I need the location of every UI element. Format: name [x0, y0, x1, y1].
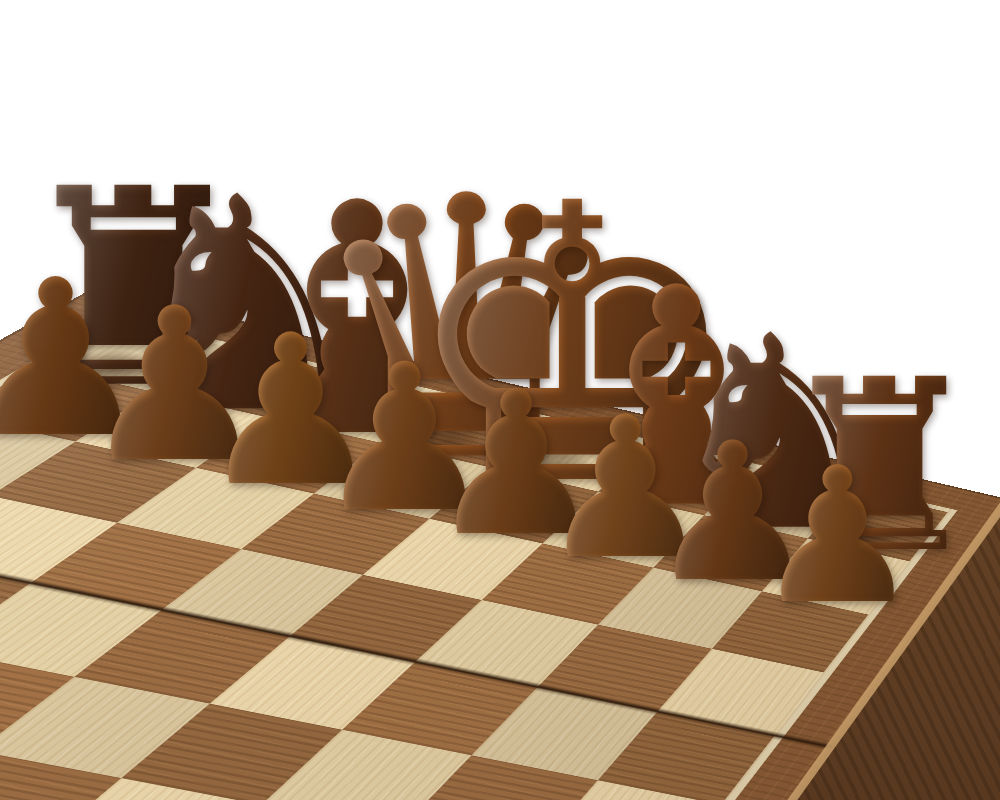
piece-black-pawn-h7[interactable]: ♟	[753, 444, 921, 632]
chess-set-photo-stage: ♜♞♟♝♟♛♟♚♝♟♞♟♜♟♟♟	[0, 0, 1000, 800]
